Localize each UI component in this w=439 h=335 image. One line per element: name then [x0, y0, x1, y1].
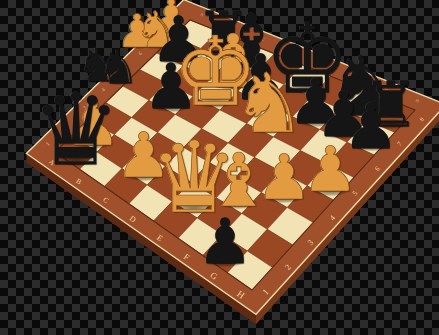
piece-black-queen-a1[interactable]: ♛: [26, 80, 125, 179]
chess-scene: ABCDEFGH1234567812345678ABCDEFGH ♟♟♞♜♟♝♞…: [0, 0, 439, 335]
piece-black-pawn-b5[interactable]: ♟: [140, 56, 203, 119]
piece-black-pawn-g1[interactable]: ♟: [194, 211, 257, 274]
